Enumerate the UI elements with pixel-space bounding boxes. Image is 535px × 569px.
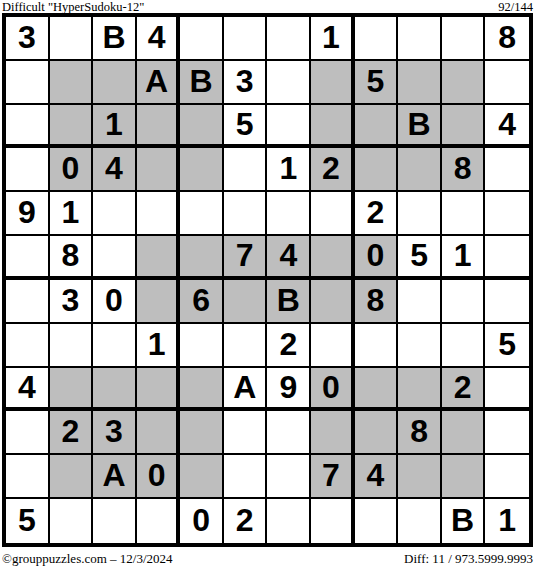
cell-r2c12[interactable] [485, 61, 529, 105]
cell-r7c7[interactable]: B [267, 280, 311, 324]
cell-r1c8[interactable]: 1 [311, 17, 355, 61]
cell-r5c6[interactable] [224, 192, 268, 236]
cell-r3c4[interactable] [137, 105, 181, 149]
cell-r1c6[interactable] [224, 17, 268, 61]
cell-r6c8[interactable] [311, 236, 355, 280]
cell-r10c6[interactable] [224, 411, 268, 455]
cell-r6c2[interactable]: 8 [50, 236, 94, 280]
cell-r9c11[interactable]: 2 [442, 368, 486, 412]
cell-r9c1[interactable]: 4 [6, 368, 50, 412]
cell-r10c9[interactable] [355, 411, 399, 455]
cell-r6c6[interactable]: 7 [224, 236, 268, 280]
cell-r5c10[interactable] [398, 192, 442, 236]
cell-r9c6[interactable]: A [224, 368, 268, 412]
cell-r5c1[interactable]: 9 [6, 192, 50, 236]
cell-r12c4[interactable] [137, 499, 181, 543]
cell-r12c7[interactable] [267, 499, 311, 543]
cell-r7c8[interactable] [311, 280, 355, 324]
cell-r3c7[interactable] [267, 105, 311, 149]
cell-r4c5[interactable] [180, 148, 224, 192]
footer-copyright: ©grouppuzzles.com – 12/3/2024 [2, 551, 173, 567]
cell-r2c11[interactable] [442, 61, 486, 105]
cell-r4c4[interactable] [137, 148, 181, 192]
cell-r2c7[interactable] [267, 61, 311, 105]
cell-r6c1[interactable] [6, 236, 50, 280]
cell-r9c5[interactable] [180, 368, 224, 412]
cell-r6c4[interactable] [137, 236, 181, 280]
cell-r4c12[interactable] [485, 148, 529, 192]
cell-r2c2[interactable] [50, 61, 94, 105]
cell-r5c7[interactable] [267, 192, 311, 236]
cell-r6c5[interactable] [180, 236, 224, 280]
cell-r8c11[interactable] [442, 324, 486, 368]
cell-r12c5[interactable]: 0 [180, 499, 224, 543]
cell-r12c6[interactable]: 2 [224, 499, 268, 543]
cell-r4c3[interactable]: 4 [93, 148, 137, 192]
cell-r3c8[interactable] [311, 105, 355, 149]
footer-difficulty: Diff: 11 / 973.5999.9993 [404, 551, 533, 567]
cell-r10c5[interactable] [180, 411, 224, 455]
cell-r7c3[interactable]: 0 [93, 280, 137, 324]
cell-r5c9[interactable]: 2 [355, 192, 399, 236]
cell-r3c2[interactable] [50, 105, 94, 149]
cell-r8c4[interactable]: 1 [137, 324, 181, 368]
cell-r10c4[interactable] [137, 411, 181, 455]
cell-r3c9[interactable] [355, 105, 399, 149]
cell-r8c2[interactable] [50, 324, 94, 368]
cell-r3c12[interactable]: 4 [485, 105, 529, 149]
cell-r11c7[interactable] [267, 455, 311, 499]
cell-r1c1[interactable]: 3 [6, 17, 50, 61]
cell-r10c12[interactable] [485, 411, 529, 455]
cell-r1c3[interactable]: B [93, 17, 137, 61]
cell-r8c7[interactable]: 2 [267, 324, 311, 368]
cell-r7c11[interactable] [442, 280, 486, 324]
cell-r1c9[interactable] [355, 17, 399, 61]
cell-r8c9[interactable] [355, 324, 399, 368]
cell-r2c3[interactable] [93, 61, 137, 105]
cell-r7c9[interactable]: 8 [355, 280, 399, 324]
cell-r9c4[interactable] [137, 368, 181, 412]
cell-r6c12[interactable] [485, 236, 529, 280]
cell-r5c2[interactable]: 1 [50, 192, 94, 236]
cell-r11c6[interactable] [224, 455, 268, 499]
cell-r2c5[interactable]: B [180, 61, 224, 105]
cell-r12c2[interactable] [50, 499, 94, 543]
cell-r5c12[interactable] [485, 192, 529, 236]
cell-r2c1[interactable] [6, 61, 50, 105]
cell-r10c8[interactable] [311, 411, 355, 455]
cell-r8c8[interactable] [311, 324, 355, 368]
cell-r12c9[interactable] [355, 499, 399, 543]
cell-r7c12[interactable] [485, 280, 529, 324]
cell-r11c9[interactable]: 4 [355, 455, 399, 499]
cell-r7c10[interactable] [398, 280, 442, 324]
cell-r10c2[interactable]: 2 [50, 411, 94, 455]
cell-r5c11[interactable] [442, 192, 486, 236]
cell-r4c9[interactable] [355, 148, 399, 192]
cell-r3c5[interactable] [180, 105, 224, 149]
cell-r7c1[interactable] [6, 280, 50, 324]
cell-r12c11[interactable]: B [442, 499, 486, 543]
cell-r5c3[interactable] [93, 192, 137, 236]
cell-r4c8[interactable]: 2 [311, 148, 355, 192]
cell-r11c8[interactable]: 7 [311, 455, 355, 499]
cell-r8c5[interactable] [180, 324, 224, 368]
cell-r8c3[interactable] [93, 324, 137, 368]
cell-r11c2[interactable] [50, 455, 94, 499]
cell-r7c6[interactable] [224, 280, 268, 324]
cell-r2c6[interactable]: 3 [224, 61, 268, 105]
cell-r9c7[interactable]: 9 [267, 368, 311, 412]
cell-r1c5[interactable] [180, 17, 224, 61]
cell-r7c5[interactable]: 6 [180, 280, 224, 324]
cell-r12c8[interactable] [311, 499, 355, 543]
cell-r10c7[interactable] [267, 411, 311, 455]
cell-r3c11[interactable] [442, 105, 486, 149]
cell-r8c10[interactable] [398, 324, 442, 368]
cell-r12c10[interactable] [398, 499, 442, 543]
cell-r8c1[interactable] [6, 324, 50, 368]
cell-r1c7[interactable] [267, 17, 311, 61]
cell-r8c12[interactable]: 5 [485, 324, 529, 368]
cell-r11c1[interactable] [6, 455, 50, 499]
cell-r6c7[interactable]: 4 [267, 236, 311, 280]
cell-r10c10[interactable]: 8 [398, 411, 442, 455]
cell-r10c11[interactable] [442, 411, 486, 455]
cell-r5c8[interactable] [311, 192, 355, 236]
cell-r8c6[interactable] [224, 324, 268, 368]
cell-r11c11[interactable] [442, 455, 486, 499]
cell-r2c4[interactable]: A [137, 61, 181, 105]
cell-r6c10[interactable]: 5 [398, 236, 442, 280]
cell-r1c4[interactable]: 4 [137, 17, 181, 61]
cell-r1c11[interactable] [442, 17, 486, 61]
cell-r5c4[interactable] [137, 192, 181, 236]
cell-r12c12[interactable]: 1 [485, 499, 529, 543]
cell-r7c4[interactable] [137, 280, 181, 324]
cell-r6c3[interactable] [93, 236, 137, 280]
cell-r9c10[interactable] [398, 368, 442, 412]
cell-r11c3[interactable]: A [93, 455, 137, 499]
cell-r12c1[interactable]: 5 [6, 499, 50, 543]
cell-r11c12[interactable] [485, 455, 529, 499]
cell-r4c6[interactable] [224, 148, 268, 192]
cell-r11c5[interactable] [180, 455, 224, 499]
cell-r4c10[interactable] [398, 148, 442, 192]
cell-r9c8[interactable]: 0 [311, 368, 355, 412]
cell-r4c11[interactable]: 8 [442, 148, 486, 192]
cell-r5c5[interactable] [180, 192, 224, 236]
cell-r7c2[interactable]: 3 [50, 280, 94, 324]
cell-r2c8[interactable] [311, 61, 355, 105]
cell-r9c2[interactable] [50, 368, 94, 412]
cell-r4c7[interactable]: 1 [267, 148, 311, 192]
cell-r9c3[interactable] [93, 368, 137, 412]
cell-r6c11[interactable]: 1 [442, 236, 486, 280]
cell-r3c10[interactable]: B [398, 105, 442, 149]
cell-r3c3[interactable]: 1 [93, 105, 137, 149]
cell-r10c3[interactable]: 3 [93, 411, 137, 455]
cell-r9c9[interactable] [355, 368, 399, 412]
cell-r9c12[interactable] [485, 368, 529, 412]
sudoku-board: 3B418AB3515B404128912874051306B81254A902… [2, 13, 533, 547]
puzzle-page: { "game": "hypersudoku-12", "position": … [0, 0, 535, 569]
cell-r2c10[interactable] [398, 61, 442, 105]
cell-r4c1[interactable] [6, 148, 50, 192]
cell-r1c10[interactable] [398, 17, 442, 61]
cell-r4c2[interactable]: 0 [50, 148, 94, 192]
cell-r1c12[interactable]: 8 [485, 17, 529, 61]
cell-r11c4[interactable]: 0 [137, 455, 181, 499]
cell-r1c2[interactable] [50, 17, 94, 61]
cell-r10c1[interactable] [6, 411, 50, 455]
cell-r3c6[interactable]: 5 [224, 105, 268, 149]
cell-r2c9[interactable]: 5 [355, 61, 399, 105]
cell-r6c9[interactable]: 0 [355, 236, 399, 280]
cell-r3c1[interactable] [6, 105, 50, 149]
cell-r11c10[interactable] [398, 455, 442, 499]
cell-r12c3[interactable] [93, 499, 137, 543]
